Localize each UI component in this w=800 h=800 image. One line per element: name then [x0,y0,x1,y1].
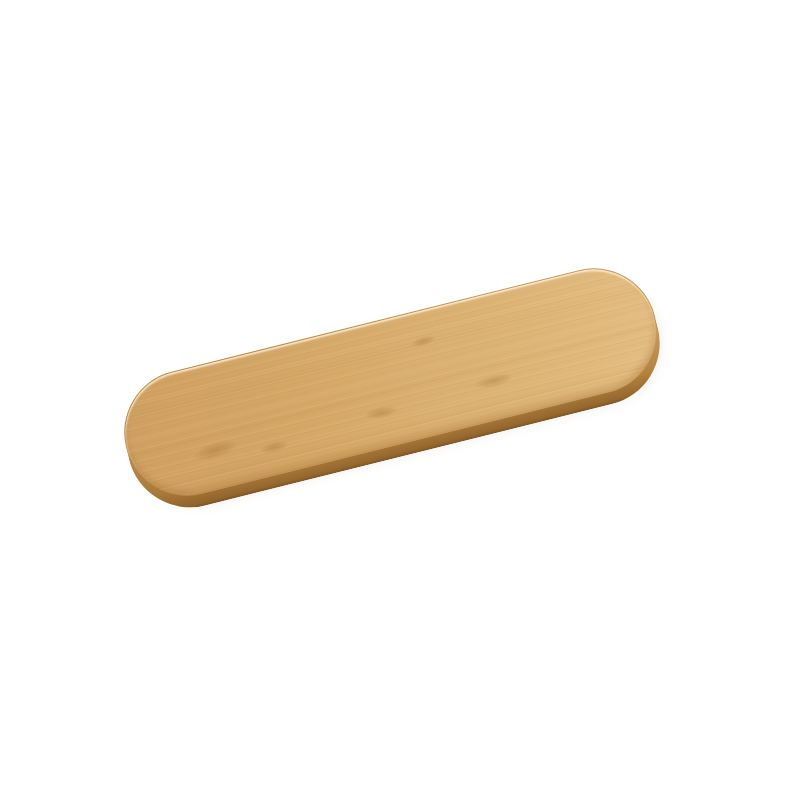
bamboo-node-mark [473,370,515,391]
bamboo-node-mark [259,439,291,456]
bamboo-node-mark [191,436,240,465]
bamboo-node-mark [363,404,398,421]
bamboo-tray [111,255,670,509]
tray-top-surface [111,255,670,509]
bamboo-node-mark [409,333,436,349]
photo-scene [0,0,800,800]
